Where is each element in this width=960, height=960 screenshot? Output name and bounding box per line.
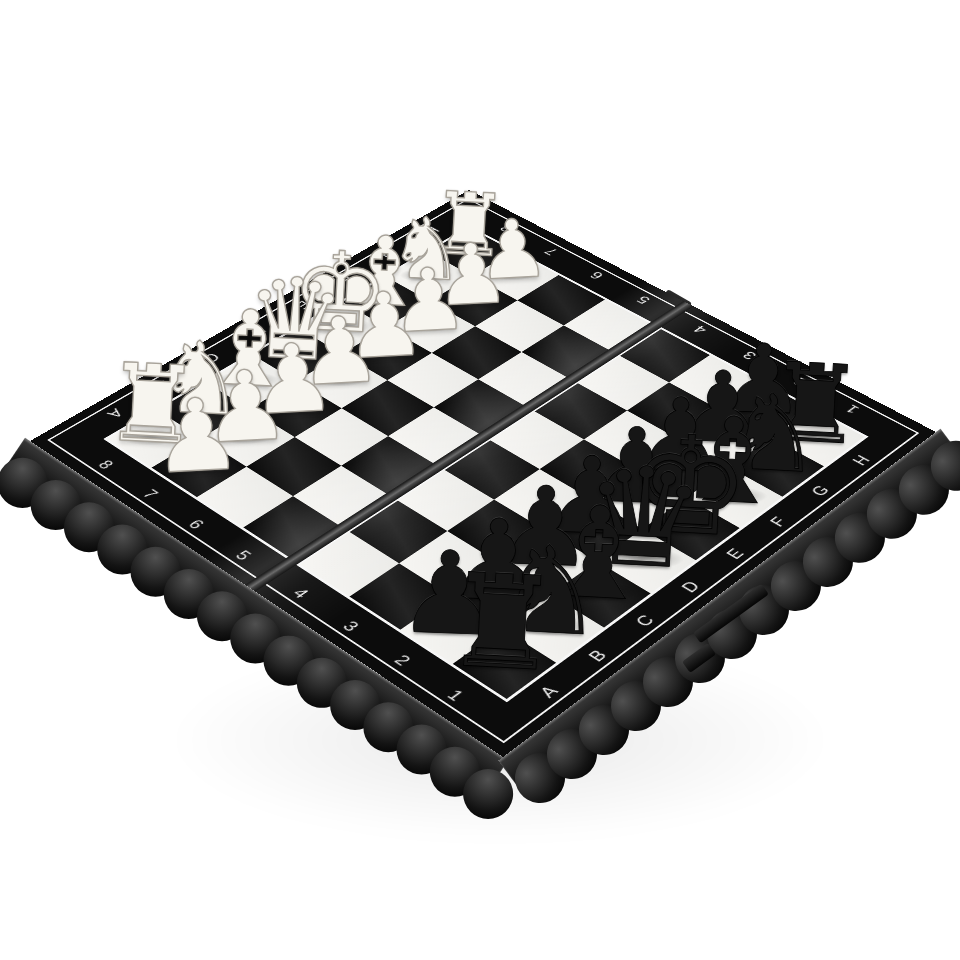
file-label-h-rank1-edge: H [849, 453, 873, 468]
file-label-a-rank8-edge: A [104, 407, 126, 420]
file-label-f-rank8-edge: F [337, 274, 357, 285]
file-label-d-rank8-edge: D [247, 325, 269, 338]
file-label-c-rank1-edge: C [631, 612, 656, 629]
rank-label-1-left-edge: 1 [444, 687, 467, 703]
rank-label-8-right-edge: 8 [497, 223, 516, 234]
rank-label-7-left-edge: 7 [140, 487, 162, 501]
rank-label-3-left-edge: 3 [340, 618, 363, 633]
file-label-h-rank8-edge: H [421, 225, 442, 237]
rank-label-1-right-edge: 1 [842, 403, 862, 416]
rank-label-6-right-edge: 6 [587, 270, 606, 281]
file-label-a-rank1-edge: A [536, 683, 561, 700]
file-label-g-rank1-edge: G [807, 483, 832, 498]
rank-label-4-right-edge: 4 [690, 324, 709, 336]
file-label-c-rank8-edge: C [201, 351, 223, 364]
file-label-f-rank1-edge: F [766, 514, 789, 528]
rank-label-3-right-edge: 3 [740, 349, 759, 361]
rank-label-8-left-edge: 8 [95, 458, 117, 471]
rank-label-4-left-edge: 4 [290, 586, 313, 601]
rank-label-2-right-edge: 2 [790, 376, 810, 388]
rank-label-7-right-edge: 7 [542, 246, 561, 257]
file-label-b-rank8-edge: B [153, 379, 175, 392]
file-label-e-rank1-edge: E [722, 546, 746, 561]
product-photo[interactable]: ABCDEFGH88776655ABCDEFGH44332211 ♜♞♝♛♚♝♞… [0, 0, 960, 960]
file-label-g-rank8-edge: G [379, 249, 401, 261]
rank-label-6-left-edge: 6 [185, 517, 207, 531]
rank-label-5-left-edge: 5 [232, 548, 254, 562]
rank-label-5-right-edge: 5 [634, 294, 653, 305]
file-label-b-rank1-edge: B [584, 647, 609, 664]
file-label-d-rank1-edge: D [677, 578, 702, 594]
rank-label-2-left-edge: 2 [391, 652, 414, 668]
file-label-e-rank8-edge: E [293, 299, 314, 311]
